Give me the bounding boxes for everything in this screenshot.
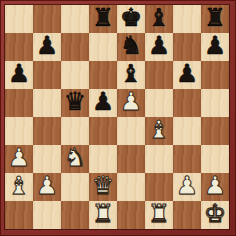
piece-black-pawn[interactable]: ♟ bbox=[176, 60, 198, 88]
square-d1[interactable]: ♜ bbox=[89, 201, 117, 229]
square-h5[interactable] bbox=[201, 89, 229, 117]
square-g2[interactable]: ♟ bbox=[173, 173, 201, 201]
square-f1[interactable]: ♜ bbox=[145, 201, 173, 229]
piece-black-pawn[interactable]: ♟ bbox=[36, 32, 58, 60]
piece-white-pawn[interactable]: ♟ bbox=[8, 144, 30, 172]
square-g7[interactable] bbox=[173, 33, 201, 61]
square-a1[interactable] bbox=[5, 201, 33, 229]
square-d2[interactable]: ♛ bbox=[89, 173, 117, 201]
square-d7[interactable] bbox=[89, 33, 117, 61]
square-h8[interactable]: ♜ bbox=[201, 5, 229, 33]
piece-black-pawn[interactable]: ♟ bbox=[148, 32, 170, 60]
square-f2[interactable] bbox=[145, 173, 173, 201]
square-d5[interactable]: ♟ bbox=[89, 89, 117, 117]
square-b1[interactable] bbox=[33, 201, 61, 229]
square-g4[interactable] bbox=[173, 117, 201, 145]
piece-black-bishop[interactable]: ♝ bbox=[120, 60, 142, 88]
square-a5[interactable] bbox=[5, 89, 33, 117]
square-h2[interactable]: ♟ bbox=[201, 173, 229, 201]
piece-white-pawn[interactable]: ♟ bbox=[204, 172, 226, 200]
square-d8[interactable]: ♜ bbox=[89, 5, 117, 33]
square-g1[interactable] bbox=[173, 201, 201, 229]
square-h3[interactable] bbox=[201, 145, 229, 173]
square-h7[interactable]: ♟ bbox=[201, 33, 229, 61]
piece-black-pawn[interactable]: ♟ bbox=[204, 32, 226, 60]
piece-white-pawn[interactable]: ♟ bbox=[36, 172, 58, 200]
square-e8[interactable]: ♚ bbox=[117, 5, 145, 33]
piece-black-rook[interactable]: ♜ bbox=[92, 4, 114, 32]
square-d6[interactable] bbox=[89, 61, 117, 89]
square-g6[interactable]: ♟ bbox=[173, 61, 201, 89]
piece-black-pawn[interactable]: ♟ bbox=[8, 60, 30, 88]
piece-white-rook[interactable]: ♜ bbox=[92, 200, 114, 228]
piece-black-king[interactable]: ♚ bbox=[120, 4, 142, 32]
square-c8[interactable] bbox=[61, 5, 89, 33]
piece-black-pawn[interactable]: ♟ bbox=[92, 88, 114, 116]
square-b8[interactable] bbox=[33, 5, 61, 33]
square-a6[interactable]: ♟ bbox=[5, 61, 33, 89]
square-c7[interactable] bbox=[61, 33, 89, 61]
square-b3[interactable] bbox=[33, 145, 61, 173]
square-c1[interactable] bbox=[61, 201, 89, 229]
square-c4[interactable] bbox=[61, 117, 89, 145]
piece-black-queen[interactable]: ♛ bbox=[64, 88, 86, 116]
square-f3[interactable] bbox=[145, 145, 173, 173]
square-f5[interactable] bbox=[145, 89, 173, 117]
square-f4[interactable]: ♝ bbox=[145, 117, 173, 145]
square-c2[interactable] bbox=[61, 173, 89, 201]
piece-black-rook[interactable]: ♜ bbox=[204, 4, 226, 32]
square-e4[interactable] bbox=[117, 117, 145, 145]
square-c6[interactable] bbox=[61, 61, 89, 89]
square-e2[interactable] bbox=[117, 173, 145, 201]
square-a3[interactable]: ♟ bbox=[5, 145, 33, 173]
square-g8[interactable] bbox=[173, 5, 201, 33]
piece-black-bishop[interactable]: ♝ bbox=[148, 4, 170, 32]
square-g5[interactable] bbox=[173, 89, 201, 117]
piece-white-king[interactable]: ♚ bbox=[204, 200, 226, 228]
piece-white-pawn[interactable]: ♟ bbox=[176, 172, 198, 200]
square-b7[interactable]: ♟ bbox=[33, 33, 61, 61]
square-b4[interactable] bbox=[33, 117, 61, 145]
piece-white-rook[interactable]: ♜ bbox=[148, 200, 170, 228]
piece-black-knight[interactable]: ♞ bbox=[120, 32, 142, 60]
piece-white-knight[interactable]: ♞ bbox=[64, 144, 86, 172]
square-b2[interactable]: ♟ bbox=[33, 173, 61, 201]
square-h1[interactable]: ♚ bbox=[201, 201, 229, 229]
piece-white-pawn[interactable]: ♟ bbox=[120, 88, 142, 116]
chess-board: ♜♚♝♜♟♞♟♟♟♝♟♛♟♟♝♟♞♝♟♛♟♟♜♜♚ bbox=[5, 5, 229, 229]
board-frame: ♜♚♝♜♟♞♟♟♟♝♟♛♟♟♝♟♞♝♟♛♟♟♜♜♚ bbox=[0, 0, 236, 236]
square-e5[interactable]: ♟ bbox=[117, 89, 145, 117]
square-h6[interactable] bbox=[201, 61, 229, 89]
square-d3[interactable] bbox=[89, 145, 117, 173]
square-e3[interactable] bbox=[117, 145, 145, 173]
square-f6[interactable] bbox=[145, 61, 173, 89]
square-f8[interactable]: ♝ bbox=[145, 5, 173, 33]
piece-white-bishop[interactable]: ♝ bbox=[8, 172, 30, 200]
piece-white-queen[interactable]: ♛ bbox=[92, 172, 114, 200]
piece-white-bishop[interactable]: ♝ bbox=[148, 116, 170, 144]
square-a8[interactable] bbox=[5, 5, 33, 33]
square-f7[interactable]: ♟ bbox=[145, 33, 173, 61]
square-b6[interactable] bbox=[33, 61, 61, 89]
square-a7[interactable] bbox=[5, 33, 33, 61]
square-a2[interactable]: ♝ bbox=[5, 173, 33, 201]
square-b5[interactable] bbox=[33, 89, 61, 117]
square-e7[interactable]: ♞ bbox=[117, 33, 145, 61]
square-h4[interactable] bbox=[201, 117, 229, 145]
square-a4[interactable] bbox=[5, 117, 33, 145]
square-d4[interactable] bbox=[89, 117, 117, 145]
square-e6[interactable]: ♝ bbox=[117, 61, 145, 89]
square-g3[interactable] bbox=[173, 145, 201, 173]
square-c5[interactable]: ♛ bbox=[61, 89, 89, 117]
square-c3[interactable]: ♞ bbox=[61, 145, 89, 173]
square-e1[interactable] bbox=[117, 201, 145, 229]
